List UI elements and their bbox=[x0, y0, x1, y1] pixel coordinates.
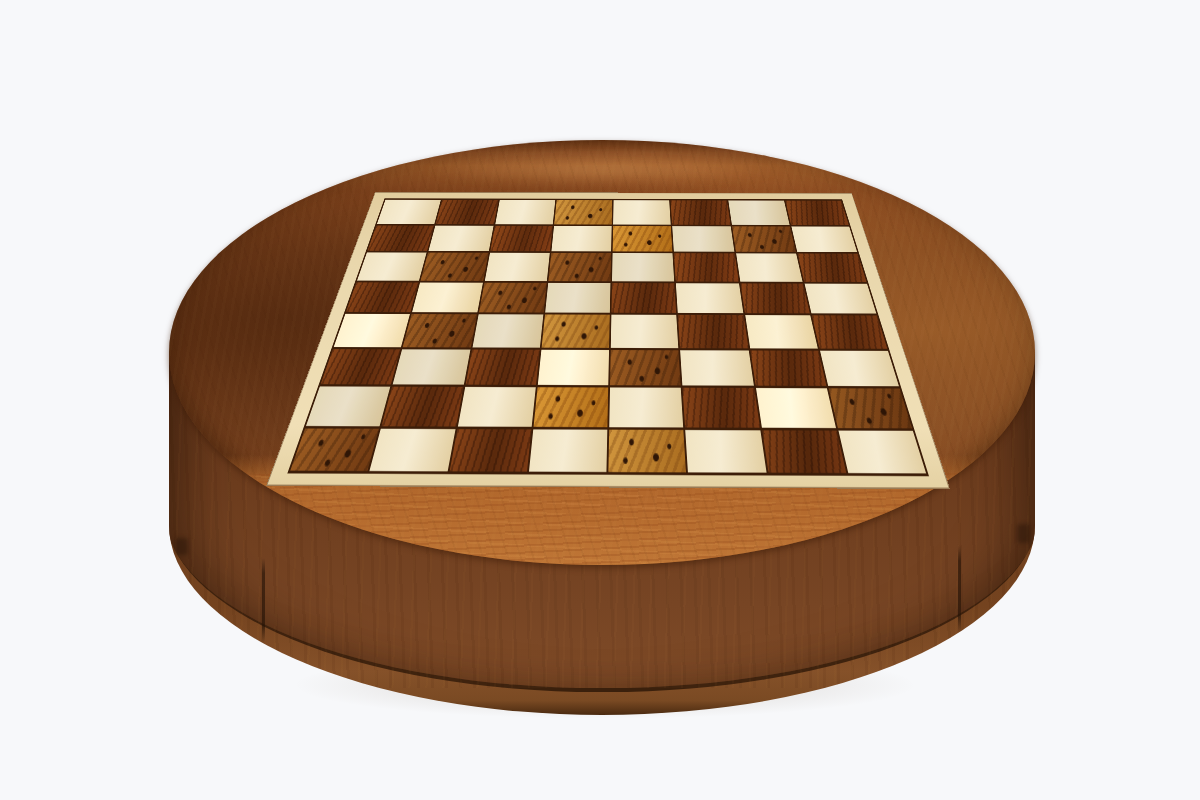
square-g1[interactable] bbox=[762, 430, 846, 473]
square-c8[interactable] bbox=[495, 200, 555, 224]
chessboard-inlay bbox=[266, 192, 950, 489]
square-a4[interactable] bbox=[334, 314, 410, 347]
square-e5[interactable] bbox=[611, 283, 676, 313]
square-f1[interactable] bbox=[685, 429, 766, 472]
square-b2[interactable] bbox=[382, 387, 463, 426]
square-e4[interactable] bbox=[611, 315, 679, 348]
square-c7[interactable] bbox=[490, 225, 552, 251]
drawer-seam-right bbox=[958, 545, 961, 633]
side-joint-left bbox=[175, 538, 188, 555]
square-g3[interactable] bbox=[750, 350, 826, 386]
square-f2[interactable] bbox=[683, 388, 760, 427]
square-g7[interactable] bbox=[732, 226, 796, 252]
square-a7[interactable] bbox=[368, 225, 435, 251]
square-b1[interactable] bbox=[370, 428, 456, 471]
square-f8[interactable] bbox=[671, 200, 730, 224]
square-a8[interactable] bbox=[377, 200, 441, 224]
square-h5[interactable] bbox=[804, 283, 876, 313]
square-c6[interactable] bbox=[485, 253, 550, 281]
product-photo-round-chessboard: Angled product photo of an empty round w… bbox=[0, 0, 1200, 800]
square-f4[interactable] bbox=[678, 315, 748, 348]
square-g2[interactable] bbox=[756, 388, 836, 427]
square-b8[interactable] bbox=[436, 200, 498, 224]
drawer-seam-left bbox=[262, 558, 265, 642]
square-h6[interactable] bbox=[797, 254, 866, 282]
square-e1[interactable] bbox=[608, 429, 686, 472]
square-h1[interactable] bbox=[838, 430, 926, 473]
square-c2[interactable] bbox=[458, 387, 536, 426]
square-d5[interactable] bbox=[545, 282, 610, 312]
square-h3[interactable] bbox=[820, 350, 899, 386]
square-g8[interactable] bbox=[728, 200, 789, 224]
square-d8[interactable] bbox=[554, 200, 612, 224]
square-d2[interactable] bbox=[533, 387, 608, 426]
square-e8[interactable] bbox=[613, 200, 671, 224]
square-b5[interactable] bbox=[412, 282, 482, 312]
square-c3[interactable] bbox=[465, 349, 539, 385]
square-c1[interactable] bbox=[449, 428, 531, 471]
square-a1[interactable] bbox=[290, 428, 379, 471]
square-d4[interactable] bbox=[541, 314, 609, 347]
square-e6[interactable] bbox=[612, 253, 674, 281]
square-a3[interactable] bbox=[321, 349, 401, 385]
square-b6[interactable] bbox=[421, 253, 488, 281]
square-f7[interactable] bbox=[672, 226, 734, 252]
square-h8[interactable] bbox=[785, 201, 848, 225]
square-a5[interactable] bbox=[346, 282, 419, 312]
square-c5[interactable] bbox=[479, 282, 547, 312]
square-d7[interactable] bbox=[551, 226, 611, 252]
square-f5[interactable] bbox=[676, 283, 743, 313]
square-h4[interactable] bbox=[812, 315, 887, 348]
side-joint-right bbox=[1017, 524, 1030, 543]
square-f6[interactable] bbox=[674, 253, 738, 281]
square-e3[interactable] bbox=[610, 349, 681, 385]
square-h7[interactable] bbox=[791, 226, 857, 252]
square-g4[interactable] bbox=[745, 315, 818, 348]
square-a2[interactable] bbox=[306, 386, 390, 425]
square-b3[interactable] bbox=[393, 349, 470, 385]
square-e7[interactable] bbox=[613, 226, 673, 252]
chessboard bbox=[287, 198, 929, 476]
square-b7[interactable] bbox=[429, 225, 494, 251]
square-c4[interactable] bbox=[472, 314, 543, 347]
square-d3[interactable] bbox=[538, 349, 609, 385]
square-b4[interactable] bbox=[403, 314, 477, 347]
square-g5[interactable] bbox=[740, 283, 809, 313]
square-e2[interactable] bbox=[609, 387, 683, 426]
square-a6[interactable] bbox=[357, 252, 427, 280]
square-h2[interactable] bbox=[828, 388, 911, 427]
square-d6[interactable] bbox=[548, 253, 611, 281]
square-d1[interactable] bbox=[529, 429, 608, 472]
square-f3[interactable] bbox=[680, 350, 753, 386]
square-g6[interactable] bbox=[736, 253, 803, 281]
